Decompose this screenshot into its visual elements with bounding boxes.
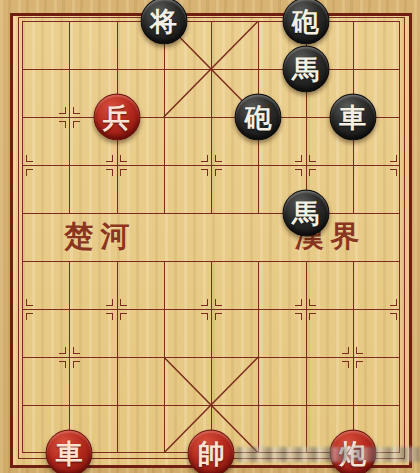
black-general[interactable]: 将 xyxy=(140,0,187,45)
watermark xyxy=(236,447,420,462)
black-horse[interactable]: 馬 xyxy=(282,190,329,237)
red-soldier[interactable]: 兵 xyxy=(93,94,140,141)
black-chariot[interactable]: 車 xyxy=(329,94,376,141)
red-general[interactable]: 帥 xyxy=(188,430,235,473)
xiangqi-screenshot: 楚河 漢界 将砲馬砲車馬兵車帥炮 xyxy=(0,0,420,473)
black-horse[interactable]: 馬 xyxy=(282,46,329,93)
pieces-layer: 将砲馬砲車馬兵車帥炮 xyxy=(22,21,400,453)
black-cannon[interactable]: 砲 xyxy=(235,94,282,141)
black-cannon[interactable]: 砲 xyxy=(282,0,329,45)
red-chariot[interactable]: 車 xyxy=(46,430,93,473)
